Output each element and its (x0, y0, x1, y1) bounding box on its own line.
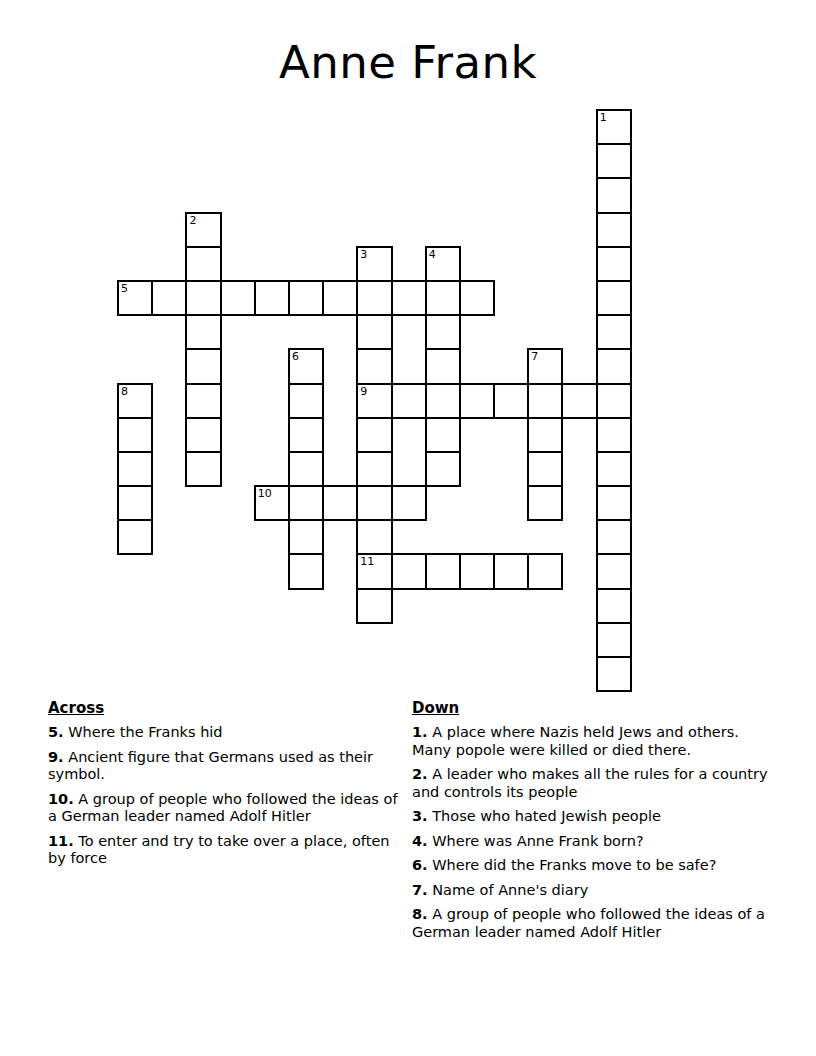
grid-cell-r8c12[interactable] (527, 383, 563, 419)
grid-cell-r9c5[interactable] (288, 417, 324, 453)
grid-cell-r7c12[interactable]: 7 (527, 348, 563, 384)
grid-cell-r5c0[interactable]: 5 (117, 280, 153, 316)
grid-cell-r13c9[interactable] (425, 553, 461, 589)
down-heading: Down (412, 699, 780, 717)
grid-cell-r10c14[interactable] (596, 451, 632, 487)
down-clue-7: 7. Name of Anne's diary (412, 882, 780, 900)
across-clue-5: 5. Where the Franks hid (48, 724, 402, 742)
grid-cell-r4c14[interactable] (596, 246, 632, 282)
grid-cell-r5c1[interactable] (151, 280, 187, 316)
down-clue-3: 3. Those who hated Jewish people (412, 808, 780, 826)
grid-cell-r5c6[interactable] (322, 280, 358, 316)
clue-number: 3. (412, 808, 428, 824)
grid-cell-r10c9[interactable] (425, 451, 461, 487)
grid-cell-r5c9[interactable] (425, 280, 461, 316)
down-clue-2: 2. A leader who makes all the rules for … (412, 766, 780, 801)
down-clue-list: 1. A place where Nazis held Jews and oth… (412, 724, 780, 941)
grid-cell-r4c7[interactable]: 3 (356, 246, 392, 282)
grid-cell-r11c14[interactable] (596, 485, 632, 521)
grid-cell-r12c14[interactable] (596, 519, 632, 555)
grid-cell-r11c6[interactable] (322, 485, 358, 521)
grid-cell-r8c7[interactable]: 9 (356, 383, 392, 419)
clue-number: 2. (412, 766, 428, 782)
grid-cell-r12c0[interactable] (117, 519, 153, 555)
grid-cell-r6c2[interactable] (185, 314, 221, 350)
across-clue-9: 9. Ancient figure that Germans used as t… (48, 749, 402, 784)
grid-cell-r4c9[interactable]: 4 (425, 246, 461, 282)
grid-cell-r9c7[interactable] (356, 417, 392, 453)
grid-cell-r10c2[interactable] (185, 451, 221, 487)
across-clue-list: 5. Where the Franks hid9. Ancient figure… (48, 724, 402, 868)
grid-cell-r3c14[interactable] (596, 212, 632, 248)
grid-cell-r10c5[interactable] (288, 451, 324, 487)
grid-cell-r12c5[interactable] (288, 519, 324, 555)
grid-cell-r14c7[interactable] (356, 588, 392, 624)
grid-cell-r7c2[interactable] (185, 348, 221, 384)
grid-cell-r13c14[interactable] (596, 553, 632, 589)
down-clue-8: 8. A group of people who followed the id… (412, 906, 780, 941)
grid-cell-r5c2[interactable] (185, 280, 221, 316)
cell-number-3: 3 (360, 249, 367, 260)
grid-cell-r9c0[interactable] (117, 417, 153, 453)
grid-cell-r16c14[interactable] (596, 656, 632, 692)
grid-cell-r8c5[interactable] (288, 383, 324, 419)
clue-number: 7. (412, 882, 428, 898)
across-clue-10: 10. A group of people who followed the i… (48, 791, 402, 826)
grid-cell-r11c5[interactable] (288, 485, 324, 521)
grid-cell-r6c7[interactable] (356, 314, 392, 350)
grid-cell-r9c12[interactable] (527, 417, 563, 453)
grid-cell-r3c2[interactable]: 2 (185, 212, 221, 248)
cell-number-10: 10 (258, 488, 272, 499)
grid-cell-r10c7[interactable] (356, 451, 392, 487)
cell-number-9: 9 (360, 386, 367, 397)
crossword-worksheet: { "game": "crossword", "title": "Anne Fr… (0, 0, 816, 1056)
cell-number-5: 5 (121, 283, 128, 294)
grid-cell-r4c2[interactable] (185, 246, 221, 282)
grid-cell-r6c14[interactable] (596, 314, 632, 350)
grid-cell-r5c3[interactable] (220, 280, 256, 316)
grid-cell-r13c11[interactable] (493, 553, 529, 589)
grid-cell-r5c5[interactable] (288, 280, 324, 316)
grid-cell-r13c5[interactable] (288, 553, 324, 589)
grid-cell-r7c9[interactable] (425, 348, 461, 384)
grid-cell-r7c14[interactable] (596, 348, 632, 384)
down-clue-1: 1. A place where Nazis held Jews and oth… (412, 724, 780, 759)
across-heading: Across (48, 699, 402, 717)
grid-cell-r8c13[interactable] (561, 383, 597, 419)
clue-number: 11. (48, 833, 74, 849)
grid-cell-r8c9[interactable] (425, 383, 461, 419)
grid-cell-r8c2[interactable] (185, 383, 221, 419)
down-clue-4: 4. Where was Anne Frank born? (412, 833, 780, 851)
clue-number: 6. (412, 857, 428, 873)
grid-cell-r7c7[interactable] (356, 348, 392, 384)
grid-cell-r11c12[interactable] (527, 485, 563, 521)
clue-number: 4. (412, 833, 428, 849)
grid-cell-r11c4[interactable]: 10 (254, 485, 290, 521)
clue-number: 1. (412, 724, 428, 740)
grid-cell-r5c14[interactable] (596, 280, 632, 316)
clue-number: 9. (48, 749, 64, 765)
grid-cell-r5c8[interactable] (391, 280, 427, 316)
grid-cell-r11c0[interactable] (117, 485, 153, 521)
cell-number-6: 6 (292, 351, 299, 362)
grid-cell-r5c10[interactable] (459, 280, 495, 316)
grid-cell-r9c14[interactable] (596, 417, 632, 453)
grid-cell-r11c8[interactable] (391, 485, 427, 521)
grid-cell-r0c14[interactable]: 1 (596, 109, 632, 145)
grid-cell-r13c12[interactable] (527, 553, 563, 589)
grid-cell-r5c7[interactable] (356, 280, 392, 316)
grid-cell-r12c7[interactable] (356, 519, 392, 555)
down-clue-6: 6. Where did the Franks move to be safe? (412, 857, 780, 875)
grid-cell-r1c14[interactable] (596, 143, 632, 179)
grid-cell-r5c4[interactable] (254, 280, 290, 316)
crossword-grid: 1234567891011 (118, 110, 631, 691)
grid-cell-r6c9[interactable] (425, 314, 461, 350)
grid-cell-r9c9[interactable] (425, 417, 461, 453)
grid-cell-r15c14[interactable] (596, 622, 632, 658)
clue-number: 8. (412, 906, 428, 922)
cell-number-2: 2 (189, 215, 196, 226)
grid-cell-r7c5[interactable]: 6 (288, 348, 324, 384)
grid-cell-r8c10[interactable] (459, 383, 495, 419)
down-clues-section: Down 1. A place where Nazis held Jews an… (412, 699, 780, 948)
cell-number-7: 7 (531, 351, 538, 362)
cell-number-1: 1 (600, 112, 607, 123)
grid-cell-r8c0[interactable]: 8 (117, 383, 153, 419)
grid-cell-r13c10[interactable] (459, 553, 495, 589)
grid-cell-r10c0[interactable] (117, 451, 153, 487)
across-clues-section: Across 5. Where the Franks hid9. Ancient… (48, 699, 402, 875)
grid-cell-r8c8[interactable] (391, 383, 427, 419)
grid-cell-r14c14[interactable] (596, 588, 632, 624)
grid-cell-r13c7[interactable]: 11 (356, 553, 392, 589)
cell-number-8: 8 (121, 386, 128, 397)
grid-cell-r13c8[interactable] (391, 553, 427, 589)
cell-number-4: 4 (429, 249, 436, 260)
cell-number-11: 11 (360, 556, 374, 567)
grid-cell-r2c14[interactable] (596, 177, 632, 213)
grid-cell-r8c11[interactable] (493, 383, 529, 419)
grid-cell-r10c12[interactable] (527, 451, 563, 487)
clue-number: 10. (48, 791, 74, 807)
grid-cell-r8c14[interactable] (596, 383, 632, 419)
grid-cell-r11c7[interactable] (356, 485, 392, 521)
clue-number: 5. (48, 724, 64, 740)
page-title: Anne Frank (0, 36, 816, 89)
across-clue-11: 11. To enter and try to take over a plac… (48, 833, 402, 868)
grid-cell-r9c2[interactable] (185, 417, 221, 453)
